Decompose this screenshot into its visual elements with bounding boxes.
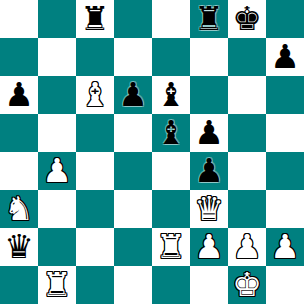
square-g3[interactable] — [228, 190, 266, 228]
white-pawn-g2[interactable]: ♟ — [232, 228, 262, 266]
black-rook-c8[interactable]: ♜ — [80, 0, 110, 38]
square-c8[interactable]: ♜ — [76, 0, 114, 38]
square-a4[interactable] — [0, 152, 38, 190]
square-g5[interactable] — [228, 114, 266, 152]
white-pawn-b4[interactable]: ♟ — [42, 152, 72, 190]
square-e1[interactable] — [152, 266, 190, 304]
white-knight-a3[interactable]: ♞ — [4, 190, 34, 228]
chess-board: ♜♜♚♟♟♝♟♝♝♟♟♟♞♛♛♜♟♟♟♜♚ — [0, 0, 304, 304]
square-f1[interactable] — [190, 266, 228, 304]
black-king-g8[interactable]: ♚ — [232, 0, 262, 38]
square-f2[interactable]: ♟ — [190, 228, 228, 266]
white-rook-e2[interactable]: ♜ — [156, 228, 186, 266]
square-g7[interactable] — [228, 38, 266, 76]
square-h8[interactable] — [266, 0, 304, 38]
square-f6[interactable] — [190, 76, 228, 114]
square-b6[interactable] — [38, 76, 76, 114]
black-queen-a2[interactable]: ♛ — [4, 228, 34, 266]
square-a1[interactable] — [0, 266, 38, 304]
square-a6[interactable]: ♟ — [0, 76, 38, 114]
square-d5[interactable] — [114, 114, 152, 152]
black-pawn-a6[interactable]: ♟ — [4, 76, 34, 114]
square-b7[interactable] — [38, 38, 76, 76]
square-c4[interactable] — [76, 152, 114, 190]
square-b3[interactable] — [38, 190, 76, 228]
square-g6[interactable] — [228, 76, 266, 114]
square-c6[interactable]: ♝ — [76, 76, 114, 114]
square-a2[interactable]: ♛ — [0, 228, 38, 266]
square-d6[interactable]: ♟ — [114, 76, 152, 114]
square-d1[interactable] — [114, 266, 152, 304]
square-g8[interactable]: ♚ — [228, 0, 266, 38]
square-a8[interactable] — [0, 0, 38, 38]
square-f7[interactable] — [190, 38, 228, 76]
square-c5[interactable] — [76, 114, 114, 152]
square-c1[interactable] — [76, 266, 114, 304]
white-rook-b1[interactable]: ♜ — [42, 266, 72, 304]
square-d3[interactable] — [114, 190, 152, 228]
white-pawn-h2[interactable]: ♟ — [270, 228, 300, 266]
square-g4[interactable] — [228, 152, 266, 190]
square-h3[interactable] — [266, 190, 304, 228]
black-bishop-e6[interactable]: ♝ — [156, 76, 186, 114]
square-e8[interactable] — [152, 0, 190, 38]
black-rook-f8[interactable]: ♜ — [194, 0, 224, 38]
square-c7[interactable] — [76, 38, 114, 76]
square-h7[interactable]: ♟ — [266, 38, 304, 76]
square-b4[interactable]: ♟ — [38, 152, 76, 190]
white-queen-f3[interactable]: ♛ — [194, 190, 224, 228]
square-g1[interactable]: ♚ — [228, 266, 266, 304]
square-b5[interactable] — [38, 114, 76, 152]
square-e7[interactable] — [152, 38, 190, 76]
square-a3[interactable]: ♞ — [0, 190, 38, 228]
square-e4[interactable] — [152, 152, 190, 190]
square-c2[interactable] — [76, 228, 114, 266]
square-h1[interactable] — [266, 266, 304, 304]
black-pawn-h7[interactable]: ♟ — [270, 38, 300, 76]
square-d2[interactable] — [114, 228, 152, 266]
square-h6[interactable] — [266, 76, 304, 114]
square-e5[interactable]: ♝ — [152, 114, 190, 152]
square-b2[interactable] — [38, 228, 76, 266]
white-pawn-f2[interactable]: ♟ — [194, 228, 224, 266]
black-pawn-f4[interactable]: ♟ — [194, 152, 224, 190]
square-e3[interactable] — [152, 190, 190, 228]
black-pawn-d6[interactable]: ♟ — [118, 76, 148, 114]
square-a7[interactable] — [0, 38, 38, 76]
square-d7[interactable] — [114, 38, 152, 76]
square-g2[interactable]: ♟ — [228, 228, 266, 266]
black-bishop-e5[interactable]: ♝ — [156, 114, 186, 152]
square-f5[interactable]: ♟ — [190, 114, 228, 152]
square-b8[interactable] — [38, 0, 76, 38]
black-pawn-f5[interactable]: ♟ — [194, 114, 224, 152]
square-h2[interactable]: ♟ — [266, 228, 304, 266]
square-e6[interactable]: ♝ — [152, 76, 190, 114]
square-h5[interactable] — [266, 114, 304, 152]
square-b1[interactable]: ♜ — [38, 266, 76, 304]
white-bishop-c6[interactable]: ♝ — [80, 76, 110, 114]
square-d8[interactable] — [114, 0, 152, 38]
square-f3[interactable]: ♛ — [190, 190, 228, 228]
square-e2[interactable]: ♜ — [152, 228, 190, 266]
square-c3[interactable] — [76, 190, 114, 228]
square-f8[interactable]: ♜ — [190, 0, 228, 38]
white-king-g1[interactable]: ♚ — [232, 266, 262, 304]
square-a5[interactable] — [0, 114, 38, 152]
square-f4[interactable]: ♟ — [190, 152, 228, 190]
square-d4[interactable] — [114, 152, 152, 190]
square-h4[interactable] — [266, 152, 304, 190]
